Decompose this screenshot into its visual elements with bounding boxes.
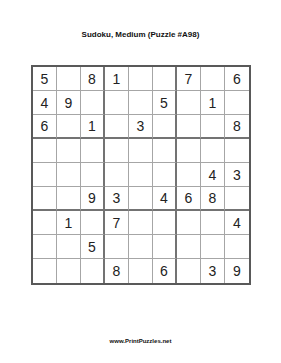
cell-r9c4[interactable]: 8 xyxy=(105,259,129,283)
cell-r2c9[interactable] xyxy=(225,91,249,115)
cell-r6c8[interactable]: 8 xyxy=(201,187,225,211)
cell-r2c5[interactable] xyxy=(129,91,153,115)
cell-r6c6[interactable]: 4 xyxy=(153,187,177,211)
cell-r2c2[interactable]: 9 xyxy=(57,91,81,115)
cell-r1c5[interactable] xyxy=(129,67,153,91)
cell-r8c9[interactable] xyxy=(225,235,249,259)
cell-r8c1[interactable] xyxy=(33,235,57,259)
cell-r3c9[interactable]: 8 xyxy=(225,115,249,139)
cell-r9c8[interactable]: 3 xyxy=(201,259,225,283)
cell-r6c5[interactable] xyxy=(129,187,153,211)
sudoku-grid: 5817649516138439346817458639 xyxy=(31,65,251,285)
cell-r5c1[interactable] xyxy=(33,163,57,187)
cell-r7c7[interactable] xyxy=(177,211,201,235)
cell-r2c8[interactable]: 1 xyxy=(201,91,225,115)
cell-r7c1[interactable] xyxy=(33,211,57,235)
cell-r5c3[interactable] xyxy=(81,163,105,187)
cell-r8c8[interactable] xyxy=(201,235,225,259)
cell-r2c6[interactable]: 5 xyxy=(153,91,177,115)
cell-r7c9[interactable]: 4 xyxy=(225,211,249,235)
cell-r2c3[interactable] xyxy=(81,91,105,115)
cell-r9c2[interactable] xyxy=(57,259,81,283)
cell-r9c3[interactable] xyxy=(81,259,105,283)
cell-r3c5[interactable]: 3 xyxy=(129,115,153,139)
cell-r3c6[interactable] xyxy=(153,115,177,139)
cell-r4c1[interactable] xyxy=(33,139,57,163)
cell-r5c8[interactable]: 4 xyxy=(201,163,225,187)
cell-r4c4[interactable] xyxy=(105,139,129,163)
cell-r1c4[interactable]: 1 xyxy=(105,67,129,91)
cell-r9c1[interactable] xyxy=(33,259,57,283)
cell-r9c5[interactable] xyxy=(129,259,153,283)
cell-r2c1[interactable]: 4 xyxy=(33,91,57,115)
cell-r7c8[interactable] xyxy=(201,211,225,235)
cell-r5c4[interactable] xyxy=(105,163,129,187)
puzzle-title: Sudoku, Medium (Puzzle #A98) xyxy=(0,30,281,40)
cell-r5c9[interactable]: 3 xyxy=(225,163,249,187)
cell-r4c2[interactable] xyxy=(57,139,81,163)
cell-r5c6[interactable] xyxy=(153,163,177,187)
cell-r7c5[interactable] xyxy=(129,211,153,235)
cell-r6c1[interactable] xyxy=(33,187,57,211)
cell-r5c2[interactable] xyxy=(57,163,81,187)
cell-r9c7[interactable] xyxy=(177,259,201,283)
cell-r7c4[interactable]: 7 xyxy=(105,211,129,235)
cell-r5c7[interactable] xyxy=(177,163,201,187)
cell-r5c5[interactable] xyxy=(129,163,153,187)
cell-r3c8[interactable] xyxy=(201,115,225,139)
cell-r4c3[interactable] xyxy=(81,139,105,163)
cell-r1c6[interactable] xyxy=(153,67,177,91)
puzzle-page: Sudoku, Medium (Puzzle #A98) 58176495161… xyxy=(0,0,281,363)
cell-r3c7[interactable] xyxy=(177,115,201,139)
cell-r6c2[interactable] xyxy=(57,187,81,211)
cell-r8c4[interactable] xyxy=(105,235,129,259)
cell-r4c7[interactable] xyxy=(177,139,201,163)
cell-r4c5[interactable] xyxy=(129,139,153,163)
cell-r2c7[interactable] xyxy=(177,91,201,115)
cell-r1c1[interactable]: 5 xyxy=(33,67,57,91)
cell-r2c4[interactable] xyxy=(105,91,129,115)
cell-r8c5[interactable] xyxy=(129,235,153,259)
cell-r1c9[interactable]: 6 xyxy=(225,67,249,91)
cell-r6c3[interactable]: 9 xyxy=(81,187,105,211)
cell-r6c4[interactable]: 3 xyxy=(105,187,129,211)
cell-r7c3[interactable] xyxy=(81,211,105,235)
cell-r4c8[interactable] xyxy=(201,139,225,163)
cell-r4c9[interactable] xyxy=(225,139,249,163)
cell-r1c8[interactable] xyxy=(201,67,225,91)
cell-r1c2[interactable] xyxy=(57,67,81,91)
cell-r3c4[interactable] xyxy=(105,115,129,139)
cell-r1c3[interactable]: 8 xyxy=(81,67,105,91)
cell-r7c6[interactable] xyxy=(153,211,177,235)
cell-r8c6[interactable] xyxy=(153,235,177,259)
cell-r6c7[interactable]: 6 xyxy=(177,187,201,211)
cell-r7c2[interactable]: 1 xyxy=(57,211,81,235)
cell-r9c6[interactable]: 6 xyxy=(153,259,177,283)
cell-r8c7[interactable] xyxy=(177,235,201,259)
cell-r8c3[interactable]: 5 xyxy=(81,235,105,259)
cell-r8c2[interactable] xyxy=(57,235,81,259)
cell-r3c3[interactable]: 1 xyxy=(81,115,105,139)
cell-r6c9[interactable] xyxy=(225,187,249,211)
cell-r9c9[interactable]: 9 xyxy=(225,259,249,283)
cell-r1c7[interactable]: 7 xyxy=(177,67,201,91)
cell-r3c1[interactable]: 6 xyxy=(33,115,57,139)
cell-r3c2[interactable] xyxy=(57,115,81,139)
cell-r4c6[interactable] xyxy=(153,139,177,163)
footer-url: www.PrintPuzzles.net xyxy=(0,337,281,345)
